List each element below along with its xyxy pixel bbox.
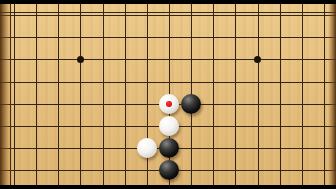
intersection-c9-r2[interactable]: [180, 26, 202, 48]
intersection-c4-r7[interactable]: [69, 137, 91, 159]
white-stone: [159, 116, 179, 136]
white-stone: [137, 138, 157, 158]
letterbox-top-bar: [0, 0, 336, 4]
intersection-c6-r5[interactable]: [114, 93, 136, 115]
intersection-c15-r1[interactable]: [313, 4, 335, 26]
intersection-c15-r7[interactable]: [313, 137, 335, 159]
intersection-c13-r8[interactable]: [269, 159, 291, 181]
intersection-c3-r6[interactable]: [47, 115, 69, 137]
intersection-c14-r7[interactable]: [291, 137, 313, 159]
intersection-c15-r6[interactable]: [313, 115, 335, 137]
intersection-c1-r1[interactable]: [3, 4, 25, 26]
intersection-c2-r3[interactable]: [25, 48, 47, 70]
intersection-c12-r3[interactable]: [246, 48, 268, 70]
intersection-c15-r4[interactable]: [313, 70, 335, 92]
intersection-c13-r7[interactable]: [269, 137, 291, 159]
intersection-c13-r5[interactable]: [269, 93, 291, 115]
intersection-c5-r5[interactable]: [91, 93, 113, 115]
intersection-c5-r1[interactable]: [91, 4, 113, 26]
intersection-c11-r8[interactable]: [224, 159, 246, 181]
intersection-c9-r4[interactable]: [180, 70, 202, 92]
black-stone: [159, 160, 179, 180]
intersection-c4-r5[interactable]: [69, 93, 91, 115]
letterbox-bottom-bar: [0, 185, 336, 189]
intersection-c7-r8[interactable]: [136, 159, 158, 181]
intersection-c14-r3[interactable]: [291, 48, 313, 70]
intersection-c11-r3[interactable]: [224, 48, 246, 70]
intersection-c15-r3[interactable]: [313, 48, 335, 70]
intersection-c7-r4[interactable]: [136, 70, 158, 92]
intersection-c11-r6[interactable]: [224, 115, 246, 137]
intersection-c2-r7[interactable]: [25, 137, 47, 159]
intersection-c13-r4[interactable]: [269, 70, 291, 92]
intersection-c1-r4[interactable]: [3, 70, 25, 92]
intersection-c5-r4[interactable]: [91, 70, 113, 92]
intersection-c8-r4[interactable]: [158, 70, 180, 92]
intersection-c2-r5[interactable]: [25, 93, 47, 115]
intersection-c1-r7[interactable]: [3, 137, 25, 159]
intersection-c4-r1[interactable]: [69, 4, 91, 26]
intersection-c3-r8[interactable]: [47, 159, 69, 181]
intersection-c6-r8[interactable]: [114, 159, 136, 181]
intersection-c12-r2[interactable]: [246, 26, 268, 48]
intersection-c8-r3[interactable]: [158, 48, 180, 70]
intersection-c3-r1[interactable]: [47, 4, 69, 26]
intersection-c8-r8[interactable]: [158, 159, 180, 181]
intersection-c1-r6[interactable]: [3, 115, 25, 137]
intersection-c4-r6[interactable]: [69, 115, 91, 137]
intersection-c3-r7[interactable]: [47, 137, 69, 159]
intersection-c8-r2[interactable]: [158, 26, 180, 48]
intersection-c7-r6[interactable]: [136, 115, 158, 137]
black-stone: [159, 138, 179, 158]
intersection-c7-r5[interactable]: [136, 93, 158, 115]
intersection-c8-r5[interactable]: [158, 93, 180, 115]
go-board[interactable]: [0, 4, 336, 185]
intersection-c7-r7[interactable]: [136, 137, 158, 159]
intersection-c5-r8[interactable]: [91, 159, 113, 181]
last-move-marker-icon: [166, 101, 172, 107]
intersection-c4-r2[interactable]: [69, 26, 91, 48]
intersection-c12-r4[interactable]: [246, 70, 268, 92]
star-point-icon: [254, 56, 261, 63]
intersection-c5-r7[interactable]: [91, 137, 113, 159]
intersection-c9-r8[interactable]: [180, 159, 202, 181]
intersection-c1-r8[interactable]: [3, 159, 25, 181]
intersection-c4-r8[interactable]: [69, 159, 91, 181]
intersection-c5-r6[interactable]: [91, 115, 113, 137]
intersection-c11-r5[interactable]: [224, 93, 246, 115]
intersection-c9-r1[interactable]: [180, 4, 202, 26]
intersection-c2-r2[interactable]: [25, 26, 47, 48]
intersection-c13-r1[interactable]: [269, 4, 291, 26]
intersection-c3-r5[interactable]: [47, 93, 69, 115]
intersection-c3-r4[interactable]: [47, 70, 69, 92]
intersection-c10-r1[interactable]: [202, 4, 224, 26]
intersection-c9-r5[interactable]: [180, 93, 202, 115]
intersection-c8-r7[interactable]: [158, 137, 180, 159]
intersection-c1-r5[interactable]: [3, 93, 25, 115]
intersection-c6-r4[interactable]: [114, 70, 136, 92]
star-point-icon: [77, 56, 84, 63]
intersection-c12-r7[interactable]: [246, 137, 268, 159]
intersection-c10-r8[interactable]: [202, 159, 224, 181]
intersection-c6-r1[interactable]: [114, 4, 136, 26]
intersection-c11-r7[interactable]: [224, 137, 246, 159]
intersection-c12-r5[interactable]: [246, 93, 268, 115]
intersection-c14-r6[interactable]: [291, 115, 313, 137]
black-stone: [181, 94, 201, 114]
intersection-c14-r8[interactable]: [291, 159, 313, 181]
white-stone: [159, 94, 179, 114]
intersection-c4-r3[interactable]: [69, 48, 91, 70]
intersection-c4-r4[interactable]: [69, 70, 91, 92]
intersection-c12-r8[interactable]: [246, 159, 268, 181]
intersection-c12-r1[interactable]: [246, 4, 268, 26]
intersection-c12-r6[interactable]: [246, 115, 268, 137]
intersection-c10-r5[interactable]: [202, 93, 224, 115]
intersection-c10-r4[interactable]: [202, 70, 224, 92]
intersection-c11-r4[interactable]: [224, 70, 246, 92]
intersection-c6-r6[interactable]: [114, 115, 136, 137]
intersection-c9-r7[interactable]: [180, 137, 202, 159]
video-frame: [0, 0, 336, 189]
intersection-c13-r3[interactable]: [269, 48, 291, 70]
intersection-c1-r3[interactable]: [3, 48, 25, 70]
intersection-c2-r6[interactable]: [25, 115, 47, 137]
intersection-c14-r5[interactable]: [291, 93, 313, 115]
intersection-c9-r3[interactable]: [180, 48, 202, 70]
intersection-c15-r8[interactable]: [313, 159, 335, 181]
intersection-c2-r1[interactable]: [25, 4, 47, 26]
intersection-grid: [3, 4, 335, 182]
intersection-c10-r7[interactable]: [202, 137, 224, 159]
intersection-c7-r3[interactable]: [136, 48, 158, 70]
intersection-c5-r2[interactable]: [91, 26, 113, 48]
intersection-c2-r4[interactable]: [25, 70, 47, 92]
intersection-c7-r1[interactable]: [136, 4, 158, 26]
intersection-c15-r5[interactable]: [313, 93, 335, 115]
intersection-c6-r2[interactable]: [114, 26, 136, 48]
intersection-c5-r3[interactable]: [91, 48, 113, 70]
intersection-c13-r6[interactable]: [269, 115, 291, 137]
intersection-c11-r1[interactable]: [224, 4, 246, 26]
intersection-c10-r6[interactable]: [202, 115, 224, 137]
intersection-c15-r2[interactable]: [313, 26, 335, 48]
intersection-c10-r3[interactable]: [202, 48, 224, 70]
intersection-c14-r1[interactable]: [291, 4, 313, 26]
intersection-c1-r2[interactable]: [3, 26, 25, 48]
intersection-c14-r4[interactable]: [291, 70, 313, 92]
intersection-c3-r2[interactable]: [47, 26, 69, 48]
intersection-c7-r2[interactable]: [136, 26, 158, 48]
intersection-c11-r2[interactable]: [224, 26, 246, 48]
intersection-c3-r3[interactable]: [47, 48, 69, 70]
intersection-c2-r8[interactable]: [25, 159, 47, 181]
intersection-c6-r7[interactable]: [114, 137, 136, 159]
intersection-c6-r3[interactable]: [114, 48, 136, 70]
intersection-c8-r1[interactable]: [158, 4, 180, 26]
intersection-c13-r2[interactable]: [269, 26, 291, 48]
intersection-c9-r6[interactable]: [180, 115, 202, 137]
intersection-c8-r6[interactable]: [158, 115, 180, 137]
intersection-c14-r2[interactable]: [291, 26, 313, 48]
intersection-c10-r2[interactable]: [202, 26, 224, 48]
